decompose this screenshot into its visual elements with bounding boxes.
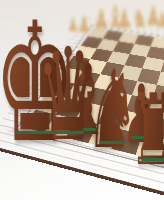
board-squares-grid	[23, 28, 164, 174]
chess-board	[0, 17, 164, 200]
board-square	[135, 134, 164, 161]
board-maple-border	[16, 26, 164, 181]
chess-set-photo: ♟♟♟♝♟♞♟♟♚♛♝♞♟♜	[0, 0, 164, 200]
